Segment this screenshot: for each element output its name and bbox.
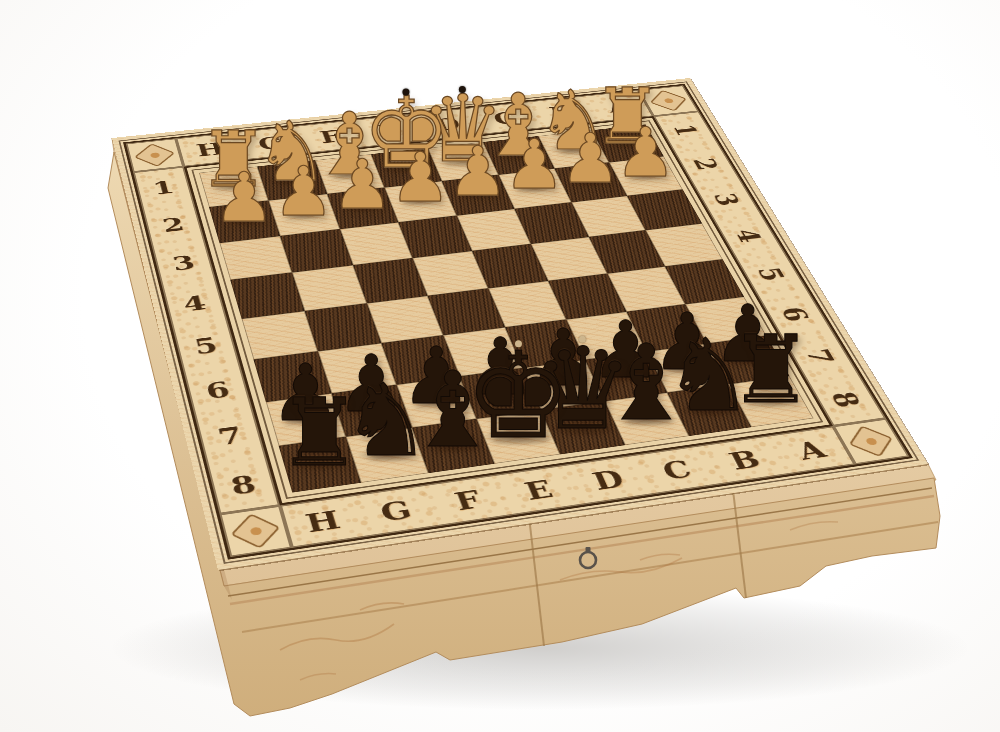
- piece-white-pawn[interactable]: ♟: [214, 165, 275, 233]
- dark-finial: [403, 88, 410, 95]
- piece-white-pawn[interactable]: ♟: [332, 151, 393, 219]
- piece-white-pawn[interactable]: ♟: [390, 145, 451, 213]
- dark-finial: [459, 87, 466, 94]
- piece-white-pawn[interactable]: ♟: [273, 158, 334, 226]
- piece-white-pawn[interactable]: ♟: [615, 119, 676, 187]
- piece-white-pawn[interactable]: ♟: [504, 132, 565, 200]
- piece-white-pawn[interactable]: ♟: [447, 138, 508, 206]
- piece-black-rook[interactable]: ♜: [277, 386, 361, 479]
- pieces-layer: ♜♞♝♛♚♝♞♜♟♟♟♟♟♟♟♟♟♟♟♟♟♟♟♟♜♞♝♛♚♝♞♜: [0, 0, 1000, 732]
- light-finial: [579, 336, 586, 343]
- light-finial: [515, 340, 522, 347]
- piece-white-pawn[interactable]: ♟: [560, 125, 621, 193]
- chess-box-photo-scene: HGFEDCBA 12345678 12345678 HGFEDCBA ♜♞♝♛…: [0, 0, 1000, 732]
